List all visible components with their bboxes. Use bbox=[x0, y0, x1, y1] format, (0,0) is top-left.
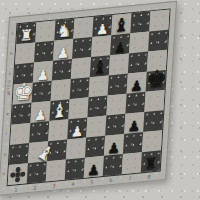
piece-black-bishop-icon: ♝ bbox=[90, 57, 110, 77]
board-square bbox=[68, 97, 88, 119]
photo-background: ♜♞♟♝♟♟♟♝♚♟♚♟♝♟♟♝♟♟♜ 12345678 abcdefgh 0.… bbox=[0, 0, 200, 200]
board-square: ♚ bbox=[13, 83, 33, 105]
board-square: ♟ bbox=[53, 39, 73, 61]
piece-white-king-icon: ♚ bbox=[13, 80, 33, 105]
rank-number-label: 6 bbox=[101, 175, 120, 185]
board-square bbox=[143, 110, 163, 132]
board-square: ♟ bbox=[124, 112, 144, 134]
board-square bbox=[29, 121, 49, 143]
board-square bbox=[89, 75, 109, 97]
board-square bbox=[105, 114, 125, 136]
board-square bbox=[149, 10, 169, 32]
rank-number-label: 3 bbox=[44, 181, 63, 191]
rank-number-label: 5 bbox=[82, 177, 101, 187]
board-square: ♝ bbox=[28, 141, 48, 163]
board-square bbox=[14, 63, 34, 85]
board-square bbox=[27, 161, 47, 183]
board-square: ♝ bbox=[49, 99, 69, 121]
board-square bbox=[52, 59, 72, 81]
board-square bbox=[9, 143, 29, 165]
board-square bbox=[103, 154, 123, 176]
board-square bbox=[8, 163, 28, 185]
board-square bbox=[147, 50, 167, 72]
board-square bbox=[144, 90, 164, 112]
board-square bbox=[34, 41, 54, 63]
board-square bbox=[65, 158, 85, 180]
board-square: ♟ bbox=[30, 101, 50, 123]
file-letter-label: f bbox=[2, 124, 10, 145]
board-square: ♟ bbox=[127, 72, 147, 94]
board-square: ♜ bbox=[141, 150, 161, 172]
board-square bbox=[86, 116, 106, 138]
board-square bbox=[66, 138, 86, 160]
piece-black-rook-icon: ♜ bbox=[141, 155, 161, 172]
board-square: ♚ bbox=[146, 70, 166, 92]
board-square: ♝ bbox=[90, 55, 110, 77]
piece-white-knight-icon: ♞ bbox=[54, 22, 74, 41]
board-square bbox=[91, 35, 111, 57]
board-square bbox=[11, 103, 31, 125]
board-square: ♝ bbox=[111, 13, 131, 35]
board-square bbox=[148, 30, 168, 52]
chess-board: ♜♞♟♝♟♟♟♝♚♟♚♟♝♟♟♝♟♟♜ 12345678 abcdefgh 0.… bbox=[0, 1, 177, 196]
board-square bbox=[35, 21, 55, 43]
board-square: ♟ bbox=[104, 134, 124, 156]
board-grid: ♜♞♟♝♟♟♟♝♚♟♚♟♝♟♟♝♟♟♜ bbox=[7, 8, 171, 186]
piece-black-king-icon: ♚ bbox=[146, 67, 166, 92]
board-square bbox=[123, 132, 143, 154]
board-square bbox=[71, 57, 91, 79]
rank-number-label: 4 bbox=[63, 179, 82, 189]
board-square bbox=[109, 53, 129, 75]
board-square bbox=[122, 152, 142, 174]
board-square bbox=[70, 77, 90, 99]
board-square: ♞ bbox=[54, 19, 74, 41]
board-square bbox=[46, 160, 66, 182]
board-square bbox=[10, 123, 30, 145]
board-square: ♜ bbox=[16, 22, 36, 44]
file-letter-label: h bbox=[0, 164, 8, 185]
file-letter-label: a bbox=[8, 23, 16, 44]
board-square bbox=[108, 74, 128, 96]
file-letter-label: e bbox=[3, 104, 11, 125]
board-square bbox=[73, 17, 93, 39]
board-square bbox=[130, 11, 150, 33]
rank-number-label: 1 bbox=[6, 184, 25, 194]
board-square: ♟ bbox=[110, 33, 130, 55]
board-square bbox=[85, 136, 105, 158]
board-square: ♟ bbox=[33, 61, 53, 83]
corner-emblem-icon bbox=[15, 171, 20, 177]
rank-number-label: 8 bbox=[139, 172, 158, 182]
board-square: ♟ bbox=[84, 156, 104, 178]
board-square bbox=[48, 119, 68, 141]
board-square bbox=[106, 94, 126, 116]
rank-number-label: 2 bbox=[25, 183, 44, 193]
board-square bbox=[129, 31, 149, 53]
board-square bbox=[128, 52, 148, 74]
piece-black-pawn-icon: ♟ bbox=[84, 162, 104, 178]
board-square bbox=[72, 37, 92, 59]
file-letter-label: g bbox=[1, 144, 9, 165]
piece-black-bishop-icon: ♝ bbox=[111, 15, 131, 35]
board-square: ♟ bbox=[92, 15, 112, 37]
piece-white-bishop-icon: ♝ bbox=[49, 101, 69, 121]
board-square bbox=[15, 42, 35, 64]
board-square bbox=[51, 79, 71, 101]
board-square bbox=[47, 139, 67, 161]
board-square: ♟ bbox=[67, 117, 87, 139]
board-square bbox=[125, 92, 145, 114]
board-square bbox=[142, 130, 162, 152]
board-square bbox=[32, 81, 52, 103]
board-edge-text: 0.5cm bbox=[6, 80, 12, 96]
board-square bbox=[87, 96, 107, 118]
rank-number-label: 7 bbox=[120, 173, 139, 183]
file-letter-label: b bbox=[7, 43, 15, 64]
